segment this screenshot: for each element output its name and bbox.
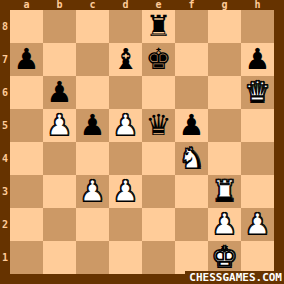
file-label-c: c	[76, 0, 109, 10]
square-d7[interactable]: ♝	[109, 43, 142, 76]
rank-label-3: 3	[0, 175, 10, 208]
square-e8[interactable]: ♜	[142, 10, 175, 43]
piece-white-pawn[interactable]: ♟	[245, 208, 271, 241]
square-d4[interactable]	[109, 142, 142, 175]
square-d2[interactable]	[109, 208, 142, 241]
square-h7[interactable]: ♟	[241, 43, 274, 76]
square-d8[interactable]	[109, 10, 142, 43]
piece-white-rook[interactable]: ♜	[212, 175, 238, 208]
piece-black-rook[interactable]: ♜	[146, 10, 172, 43]
square-c2[interactable]	[76, 208, 109, 241]
square-f7[interactable]	[175, 43, 208, 76]
square-c1[interactable]	[76, 241, 109, 274]
piece-black-bishop[interactable]: ♝	[113, 43, 139, 76]
square-e1[interactable]	[142, 241, 175, 274]
piece-black-pawn[interactable]: ♟	[179, 109, 205, 142]
square-f4[interactable]: ♞	[175, 142, 208, 175]
square-b1[interactable]	[43, 241, 76, 274]
square-h6[interactable]: ♛	[241, 76, 274, 109]
piece-black-pawn[interactable]: ♟	[47, 76, 73, 109]
square-g6[interactable]	[208, 76, 241, 109]
square-a6[interactable]	[10, 76, 43, 109]
rank-label-6: 6	[0, 76, 10, 109]
rank-label-4: 4	[0, 142, 10, 175]
rank-label-5: 5	[0, 109, 10, 142]
piece-white-pawn[interactable]: ♟	[47, 109, 73, 142]
piece-white-pawn[interactable]: ♟	[212, 208, 238, 241]
square-e7[interactable]: ♚	[142, 43, 175, 76]
square-e2[interactable]	[142, 208, 175, 241]
square-d3[interactable]: ♟	[109, 175, 142, 208]
square-h4[interactable]	[241, 142, 274, 175]
file-labels: abcdefgh	[10, 0, 274, 10]
square-g5[interactable]	[208, 109, 241, 142]
square-g4[interactable]	[208, 142, 241, 175]
square-f8[interactable]	[175, 10, 208, 43]
square-b2[interactable]	[43, 208, 76, 241]
square-a3[interactable]	[10, 175, 43, 208]
square-d6[interactable]	[109, 76, 142, 109]
square-f1[interactable]	[175, 241, 208, 274]
square-b8[interactable]	[43, 10, 76, 43]
square-a5[interactable]	[10, 109, 43, 142]
square-f2[interactable]	[175, 208, 208, 241]
square-c6[interactable]	[76, 76, 109, 109]
square-g1[interactable]: ♚	[208, 241, 241, 274]
rank-label-1: 1	[0, 241, 10, 274]
square-c4[interactable]	[76, 142, 109, 175]
watermark-chessgames: CHESSGAMES.COM	[185, 271, 284, 284]
piece-white-knight[interactable]: ♞	[179, 142, 205, 175]
square-e5[interactable]: ♛	[142, 109, 175, 142]
piece-black-pawn[interactable]: ♟	[245, 43, 271, 76]
file-label-d: d	[109, 0, 142, 10]
file-label-f: f	[175, 0, 208, 10]
rank-label-7: 7	[0, 43, 10, 76]
square-g2[interactable]: ♟	[208, 208, 241, 241]
square-b5[interactable]: ♟	[43, 109, 76, 142]
piece-white-pawn[interactable]: ♟	[80, 175, 106, 208]
piece-white-queen[interactable]: ♛	[245, 76, 271, 109]
square-d5[interactable]: ♟	[109, 109, 142, 142]
piece-black-queen[interactable]: ♛	[146, 109, 172, 142]
piece-white-pawn[interactable]: ♟	[113, 175, 139, 208]
square-c7[interactable]	[76, 43, 109, 76]
square-f5[interactable]: ♟	[175, 109, 208, 142]
square-h5[interactable]	[241, 109, 274, 142]
square-h3[interactable]	[241, 175, 274, 208]
square-h2[interactable]: ♟	[241, 208, 274, 241]
square-b4[interactable]	[43, 142, 76, 175]
square-a1[interactable]	[10, 241, 43, 274]
square-a8[interactable]	[10, 10, 43, 43]
piece-white-king[interactable]: ♚	[212, 241, 238, 274]
piece-white-pawn[interactable]: ♟	[113, 109, 139, 142]
square-g3[interactable]: ♜	[208, 175, 241, 208]
square-b3[interactable]	[43, 175, 76, 208]
square-a2[interactable]	[10, 208, 43, 241]
square-g7[interactable]	[208, 43, 241, 76]
square-d1[interactable]	[109, 241, 142, 274]
square-e3[interactable]	[142, 175, 175, 208]
file-label-h: h	[241, 0, 274, 10]
square-f3[interactable]	[175, 175, 208, 208]
file-label-a: a	[10, 0, 43, 10]
square-h1[interactable]	[241, 241, 274, 274]
square-e4[interactable]	[142, 142, 175, 175]
square-e6[interactable]	[142, 76, 175, 109]
chess-board[interactable]: ♜♟♝♚♟♟♛♟♟♟♛♟♞♟♟♜♟♟♚	[10, 10, 274, 274]
chess-board-diagram: abcdefgh 87654321 ♜♟♝♚♟♟♛♟♟♟♛♟♞♟♟♜♟♟♚ CH…	[0, 0, 284, 284]
file-label-g: g	[208, 0, 241, 10]
square-b6[interactable]: ♟	[43, 76, 76, 109]
square-a4[interactable]	[10, 142, 43, 175]
rank-labels: 87654321	[0, 10, 10, 274]
square-h8[interactable]	[241, 10, 274, 43]
square-c8[interactable]	[76, 10, 109, 43]
square-f6[interactable]	[175, 76, 208, 109]
square-c5[interactable]: ♟	[76, 109, 109, 142]
square-b7[interactable]	[43, 43, 76, 76]
rank-label-8: 8	[0, 10, 10, 43]
square-c3[interactable]: ♟	[76, 175, 109, 208]
square-g8[interactable]	[208, 10, 241, 43]
square-a7[interactable]: ♟	[10, 43, 43, 76]
file-label-b: b	[43, 0, 76, 10]
rank-label-2: 2	[0, 208, 10, 241]
piece-black-pawn[interactable]: ♟	[14, 43, 40, 76]
piece-black-pawn[interactable]: ♟	[80, 109, 106, 142]
piece-black-king[interactable]: ♚	[146, 43, 172, 76]
